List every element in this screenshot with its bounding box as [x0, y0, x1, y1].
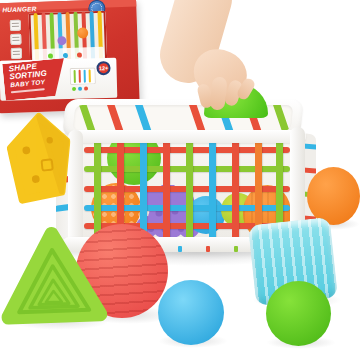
green-ball [266, 281, 331, 346]
elastic-band [186, 140, 193, 240]
title-ribbon: SHAPE SORTING BABY TOY [2, 58, 67, 101]
elastic-band [272, 105, 294, 131]
brand-logo: HUANGER [2, 5, 36, 13]
elastic-band [232, 140, 239, 240]
band-anchor [206, 246, 210, 252]
thumb-dot [78, 87, 82, 91]
orange-ball [307, 167, 360, 225]
thumb-dot [84, 87, 88, 91]
bin-top-rail [70, 130, 306, 143]
elastic-band [106, 105, 129, 131]
blue-ball [158, 280, 224, 345]
product-photo: HUANGER SHAPE [0, 0, 360, 351]
elastic-band [163, 140, 170, 240]
elastic-band [209, 140, 216, 240]
band-anchor [178, 246, 182, 252]
window-purple-shape [57, 36, 66, 45]
yellow-pentagon-block [3, 107, 77, 209]
box-product-thumbnail [70, 67, 96, 85]
green-ridged-triangle [0, 222, 108, 332]
age-badge: 12+ [96, 61, 110, 75]
retail-box: HUANGER SHAPE [0, 0, 140, 113]
feature-icon [11, 48, 22, 59]
band-anchor [234, 246, 238, 252]
elastic-band [78, 105, 101, 131]
box-window [28, 11, 107, 64]
feature-icon [10, 34, 21, 45]
box-bottom-panel: SHAPE SORTING BABY TOY 12+ [0, 58, 117, 101]
elastic-band [140, 140, 147, 240]
elastic-band [134, 105, 157, 131]
subtitle-text-line [11, 88, 45, 93]
window-orange-ball [77, 27, 88, 38]
thumb-dot [72, 87, 76, 91]
feature-icon [10, 20, 21, 31]
